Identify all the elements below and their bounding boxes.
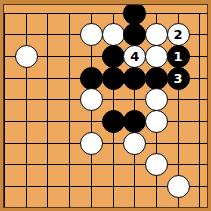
stone-black-move-3: 3 <box>167 67 190 90</box>
grid-line-horizontal <box>2 99 209 100</box>
stone-black <box>145 67 168 90</box>
stone-white <box>80 88 103 111</box>
move-number-label: 1 <box>174 50 183 63</box>
stone-white <box>15 45 38 68</box>
grid-line-horizontal <box>2 208 209 209</box>
stone-black <box>102 45 125 68</box>
grid-line-vertical <box>47 13 48 209</box>
move-number-label: 2 <box>174 28 183 41</box>
stone-black <box>102 67 125 90</box>
stone-white <box>145 88 168 111</box>
stone-white <box>80 23 103 46</box>
stone-black <box>102 110 125 133</box>
go-board: 2413 <box>0 0 211 211</box>
stone-black <box>123 23 146 46</box>
grid-line-vertical <box>4 13 5 209</box>
stone-white <box>167 175 190 198</box>
stone-white <box>102 23 125 46</box>
grid-line-vertical <box>69 13 70 209</box>
stone-white <box>145 110 168 133</box>
move-number-label: 3 <box>174 72 183 85</box>
grid-line-horizontal <box>2 13 209 14</box>
move-number-label: 4 <box>130 50 139 63</box>
stone-white <box>123 132 146 155</box>
stone-black <box>123 2 146 25</box>
stone-black <box>123 67 146 90</box>
stone-black <box>123 110 146 133</box>
stone-white <box>145 153 168 176</box>
go-diagram: 2413 <box>0 0 211 211</box>
stone-black-move-1: 1 <box>167 45 190 68</box>
stone-white <box>145 45 168 68</box>
grid-line-horizontal <box>2 143 209 144</box>
stone-white <box>145 23 168 46</box>
stone-white-move-2: 2 <box>167 23 190 46</box>
stone-white <box>80 132 103 155</box>
grid-line-vertical <box>26 13 27 209</box>
stone-black <box>80 67 103 90</box>
stone-white-move-4: 4 <box>123 45 146 68</box>
grid-line-vertical <box>199 13 200 209</box>
grid-line-horizontal <box>2 164 209 165</box>
